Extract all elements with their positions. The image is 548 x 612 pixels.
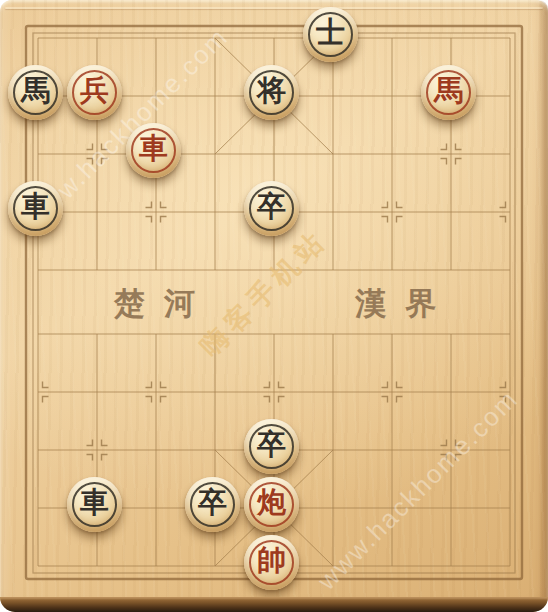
xiangqi-game-screen: 楚河 漢界 www.hackhome.com www.hackhome.com … <box>0 0 548 612</box>
piece-glyph: 馬 <box>8 65 63 120</box>
piece-red-chariot[interactable]: 車 <box>126 123 181 178</box>
piece-glyph: 車 <box>67 477 122 532</box>
piece-black-general[interactable]: 将 <box>244 65 299 120</box>
piece-black-soldier[interactable]: 卒 <box>244 181 299 236</box>
piece-black-chariot[interactable]: 車 <box>8 181 63 236</box>
piece-glyph: 卒 <box>244 419 299 474</box>
piece-glyph: 炮 <box>244 477 299 532</box>
piece-glyph: 兵 <box>67 65 122 120</box>
piece-red-horse[interactable]: 馬 <box>421 65 476 120</box>
piece-red-cannon[interactable]: 炮 <box>244 477 299 532</box>
piece-red-soldier[interactable]: 兵 <box>67 65 122 120</box>
piece-glyph: 帥 <box>244 535 299 590</box>
piece-glyph: 馬 <box>421 65 476 120</box>
piece-glyph: 士 <box>303 7 358 62</box>
piece-black-chariot[interactable]: 車 <box>67 477 122 532</box>
piece-black-advisor[interactable]: 士 <box>303 7 358 62</box>
piece-glyph: 車 <box>8 181 63 236</box>
piece-red-general[interactable]: 帥 <box>244 535 299 590</box>
piece-glyph: 卒 <box>244 181 299 236</box>
piece-black-soldier[interactable]: 卒 <box>244 419 299 474</box>
piece-glyph: 卒 <box>185 477 240 532</box>
piece-glyph: 将 <box>244 65 299 120</box>
piece-black-horse[interactable]: 馬 <box>8 65 63 120</box>
board-bottom-edge <box>0 597 548 612</box>
piece-glyph: 車 <box>126 123 181 178</box>
piece-black-soldier[interactable]: 卒 <box>185 477 240 532</box>
pieces-layer[interactable]: 士馬兵将馬車車卒卒車卒炮帥 <box>8 9 539 595</box>
board-right-bevel <box>539 0 548 597</box>
